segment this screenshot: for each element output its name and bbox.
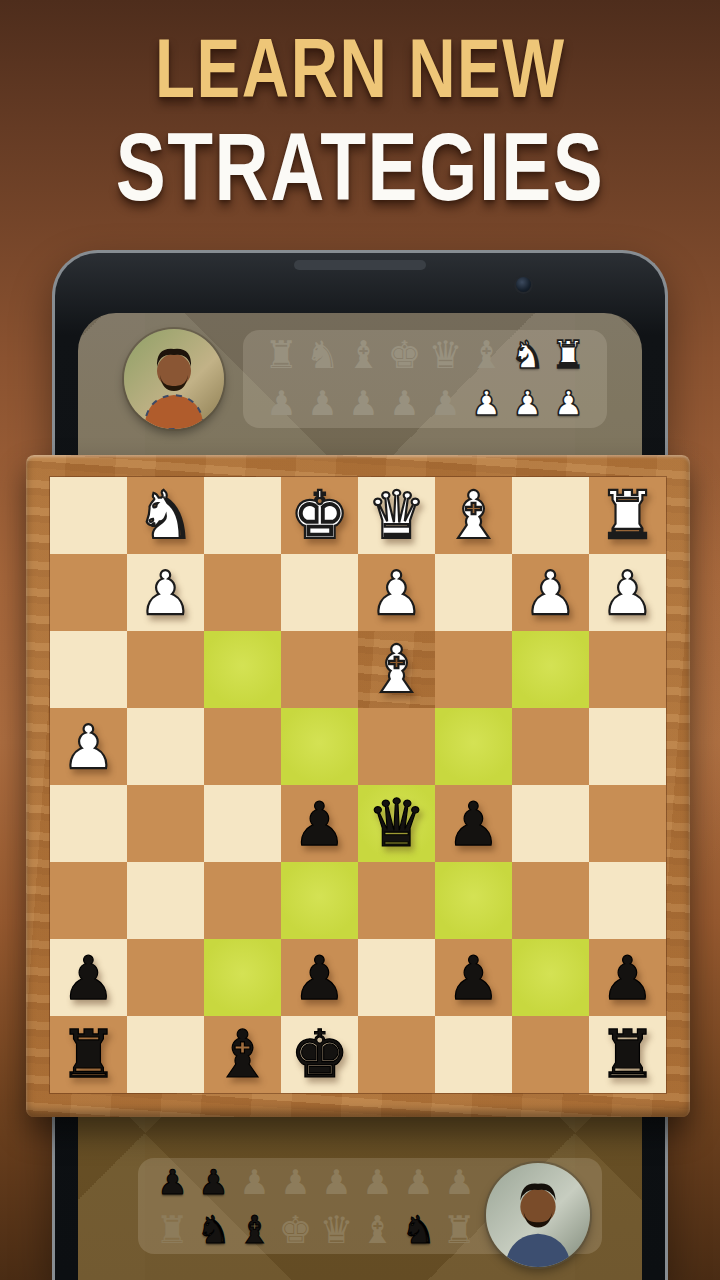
player-tray-piece-bP: ♟ [193,1165,234,1199]
board-piece-bQ: ♛ [367,791,426,857]
opponent-tray-piece-wP: ♟ [507,386,548,420]
square-2-1[interactable] [50,554,127,631]
board-piece-wR: ♜ [598,483,657,549]
opponent-tray-piece-gP: ♟ [384,386,425,420]
board-piece-bK: ♚ [290,1022,349,1088]
player-tray-piece-bP: ♟ [152,1165,193,1199]
opponent-tray-piece-gB: ♝ [343,336,384,374]
square-2-2[interactable]: ♟ [127,554,204,631]
opponent-captured-tray: ♜♞♝♚♛♝♞♜ ♟♟♟♟♟♟♟♟ [243,330,607,428]
board-piece-bP: ♟ [447,948,501,1008]
board-piece-bP: ♟ [62,948,116,1008]
opponent-tray-piece-gK: ♚ [384,336,425,374]
square-6-6[interactable] [435,862,512,939]
square-1-3[interactable] [204,477,281,554]
board-piece-wK: ♚ [290,483,349,549]
square-5-2[interactable] [127,785,204,862]
square-1-1[interactable] [50,477,127,554]
player-tray-piece-gP: ♟ [357,1165,398,1199]
square-6-3[interactable] [204,862,281,939]
phone-speaker [294,260,426,270]
square-1-4[interactable]: ♚ [281,477,358,554]
opponent-tray-piece-gR: ♜ [261,336,302,374]
square-5-4[interactable]: ♟ [281,785,358,862]
square-8-4[interactable]: ♚ [281,1016,358,1093]
player-tray-piece-bN: ♞ [193,1211,234,1249]
square-4-8[interactable] [589,708,666,785]
square-4-3[interactable] [204,708,281,785]
square-6-4[interactable] [281,862,358,939]
square-4-6[interactable] [435,708,512,785]
player-tray-piece-bB: ♝ [234,1211,275,1249]
player-tray-piece-gR: ♜ [439,1211,480,1249]
chess-board-frame: ♞♚♛♝♜♟♟♟♟♝♟♟♛♟♟♟♟♟♜♝♚♜ [26,455,690,1117]
square-2-6[interactable] [435,554,512,631]
player-tray-piece-gB: ♝ [357,1211,398,1249]
square-8-1[interactable]: ♜ [50,1016,127,1093]
square-5-8[interactable] [589,785,666,862]
square-5-3[interactable] [204,785,281,862]
square-7-8[interactable]: ♟ [589,939,666,1016]
promo-screenshot: LEARN NEW STRATEGIES ♜♞♝♚♛♝♞♜ ♟♟♟♟♟♟♟♟ ♞… [0,0,720,1280]
square-4-7[interactable] [512,708,589,785]
square-7-1[interactable]: ♟ [50,939,127,1016]
square-2-5[interactable]: ♟ [358,554,435,631]
board-piece-bP: ♟ [293,948,347,1008]
opponent-tray-row1: ♜♞♝♚♛♝♞♜ [243,332,607,378]
square-3-2[interactable] [127,631,204,708]
square-7-4[interactable]: ♟ [281,939,358,1016]
square-3-5[interactable]: ♝ [358,631,435,708]
square-3-7[interactable] [512,631,589,708]
square-3-3[interactable] [204,631,281,708]
square-1-5[interactable]: ♛ [358,477,435,554]
square-2-8[interactable]: ♟ [589,554,666,631]
square-5-6[interactable]: ♟ [435,785,512,862]
square-8-3[interactable]: ♝ [204,1016,281,1093]
square-1-6[interactable]: ♝ [435,477,512,554]
headline-line1: LEARN NEW [155,26,566,112]
square-8-5[interactable] [358,1016,435,1093]
player-tray-piece-bN: ♞ [398,1211,439,1249]
opponent-tray-piece-wP: ♟ [548,386,589,420]
square-8-2[interactable] [127,1016,204,1093]
opponent-tray-piece-gP: ♟ [343,386,384,420]
square-6-1[interactable] [50,862,127,939]
square-7-2[interactable] [127,939,204,1016]
headline: LEARN NEW STRATEGIES [0,26,720,216]
opponent-tray-piece-wR: ♜ [548,336,589,374]
square-4-1[interactable]: ♟ [50,708,127,785]
square-5-1[interactable] [50,785,127,862]
board-piece-wN: ♞ [136,483,195,549]
square-2-4[interactable] [281,554,358,631]
square-4-4[interactable] [281,708,358,785]
square-3-4[interactable] [281,631,358,708]
square-7-5[interactable] [358,939,435,1016]
board-piece-wQ: ♛ [367,483,426,549]
opponent-tray-row2: ♟♟♟♟♟♟♟♟ [243,380,607,426]
square-1-2[interactable]: ♞ [127,477,204,554]
player-tray-piece-gK: ♚ [275,1211,316,1249]
board-piece-wB: ♝ [444,483,503,549]
board-piece-wP: ♟ [524,563,578,623]
board-piece-wP: ♟ [139,563,193,623]
opponent-tray-piece-gN: ♞ [302,336,343,374]
board-piece-bB: ♝ [213,1022,272,1088]
opponent-tray-piece-gP: ♟ [425,386,466,420]
square-3-8[interactable] [589,631,666,708]
board-piece-bP: ♟ [447,794,501,854]
square-6-7[interactable] [512,862,589,939]
player-tray-piece-gP: ♟ [316,1165,357,1199]
board-piece-wP: ♟ [601,563,655,623]
square-2-7[interactable]: ♟ [512,554,589,631]
square-6-5[interactable] [358,862,435,939]
opponent-avatar [124,329,224,429]
square-6-2[interactable] [127,862,204,939]
player-tray-piece-gQ: ♛ [316,1211,357,1249]
square-3-1[interactable] [50,631,127,708]
square-8-6[interactable] [435,1016,512,1093]
player-tray-piece-gP: ♟ [234,1165,275,1199]
chess-board: ♞♚♛♝♜♟♟♟♟♝♟♟♛♟♟♟♟♟♜♝♚♜ [50,477,666,1093]
player-tray-piece-gP: ♟ [275,1165,316,1199]
square-1-7[interactable] [512,477,589,554]
player-tray-piece-gR: ♜ [152,1211,193,1249]
board-piece-bP: ♟ [293,794,347,854]
board-piece-bR: ♜ [59,1022,118,1088]
square-5-5[interactable]: ♛ [358,785,435,862]
opponent-tray-piece-gP: ♟ [302,386,343,420]
square-3-6[interactable] [435,631,512,708]
square-4-2[interactable] [127,708,204,785]
player-tray-piece-gP: ♟ [439,1165,480,1199]
square-8-7[interactable] [512,1016,589,1093]
headline-line2: STRATEGIES [79,118,641,216]
phone-front-camera-icon [516,277,531,292]
opponent-tray-piece-gQ: ♛ [425,336,466,374]
board-piece-wP: ♟ [370,563,424,623]
square-2-3[interactable] [204,554,281,631]
board-piece-bP: ♟ [601,948,655,1008]
board-piece-wP: ♟ [62,717,116,777]
square-6-8[interactable] [589,862,666,939]
square-5-7[interactable] [512,785,589,862]
player-tray-piece-gP: ♟ [398,1165,439,1199]
opponent-tray-piece-wN: ♞ [507,336,548,374]
board-piece-wB: ♝ [367,637,426,703]
opponent-tray-piece-wP: ♟ [466,386,507,420]
board-piece-bR: ♜ [598,1022,657,1088]
square-1-8[interactable]: ♜ [589,477,666,554]
square-7-6[interactable]: ♟ [435,939,512,1016]
square-4-5[interactable] [358,708,435,785]
opponent-tray-piece-gB: ♝ [466,336,507,374]
player-avatar [486,1163,590,1267]
opponent-tray-piece-gP: ♟ [261,386,302,420]
square-8-8[interactable]: ♜ [589,1016,666,1093]
square-7-7[interactable] [512,939,589,1016]
square-7-3[interactable] [204,939,281,1016]
